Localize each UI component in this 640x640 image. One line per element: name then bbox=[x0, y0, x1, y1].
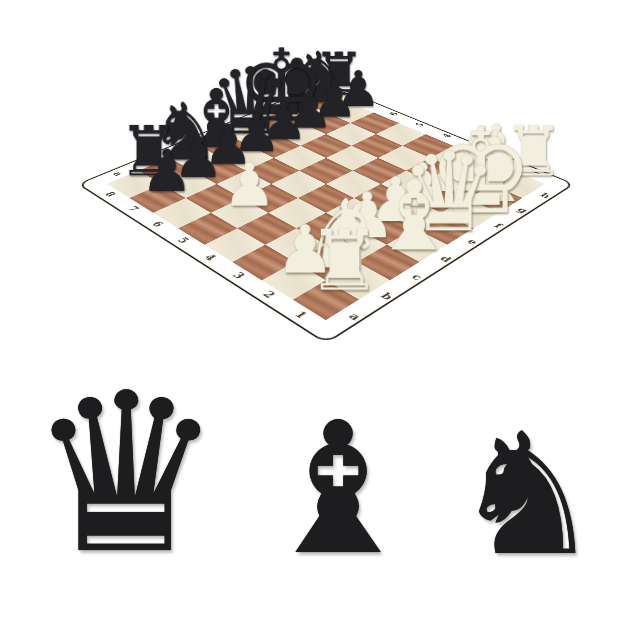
piece-black-pawn-a7: ♟ bbox=[141, 142, 181, 200]
lineup-black-knight: ♞ bbox=[452, 430, 603, 561]
lineup-black-bishop: ♝ bbox=[256, 419, 419, 561]
lineup-black-rook: ♜ bbox=[634, 450, 640, 561]
black-pieces-lineup: ♚♛♝♞♜♟ bbox=[0, 305, 640, 561]
rank-label-8-left: 8 bbox=[97, 188, 122, 201]
file-label-h-near: h bbox=[532, 189, 557, 202]
piece-white-rook-a1: ♜ bbox=[307, 219, 354, 302]
piece-white-pawn-b5: ♟ bbox=[223, 155, 264, 214]
lineup-black-queen: ♛ bbox=[27, 389, 224, 561]
file-label-c-near: c bbox=[402, 269, 431, 286]
